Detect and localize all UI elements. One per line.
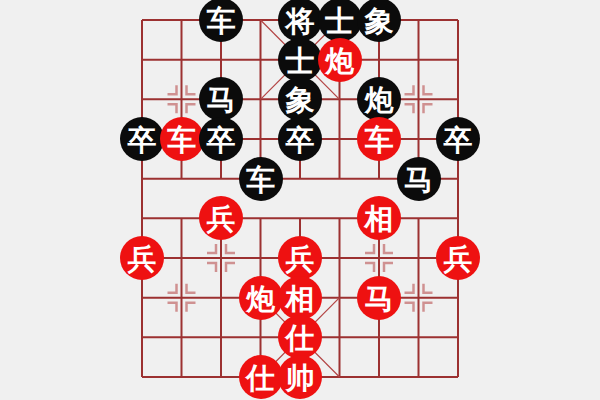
point-marker-corner	[384, 244, 393, 253]
point-marker-corner	[384, 263, 393, 272]
point-marker-corner	[187, 303, 196, 312]
piece-red-advisor[interactable]: 仕	[239, 355, 283, 399]
piece-red-pawn[interactable]: 兵	[120, 236, 164, 280]
point-marker-corner	[405, 104, 414, 113]
piece-black-elephant[interactable]: 象	[278, 77, 322, 121]
piece-black-horse[interactable]: 马	[199, 77, 243, 121]
point-marker-corner	[424, 85, 433, 94]
point-marker-corner	[424, 104, 433, 113]
piece-red-chariot[interactable]: 车	[357, 117, 401, 161]
point-marker-corner	[365, 263, 374, 272]
xiangqi-screen: 车将士象士炮马象炮卒车卒卒车卒车马兵相兵兵兵炮相马仕仕帅	[0, 0, 600, 400]
piece-red-horse[interactable]: 马	[357, 276, 401, 320]
point-marker-corner	[168, 303, 177, 312]
piece-red-pawn[interactable]: 兵	[278, 236, 322, 280]
point-marker-corner	[424, 303, 433, 312]
point-marker-corner	[405, 85, 414, 94]
piece-red-general[interactable]: 帅	[278, 355, 322, 399]
point-marker-corner	[424, 284, 433, 293]
piece-red-elephant[interactable]: 相	[357, 196, 401, 240]
point-marker-corner	[207, 244, 216, 253]
piece-black-advisor[interactable]: 士	[278, 38, 322, 82]
point-marker-corner	[207, 263, 216, 272]
point-marker-corner	[226, 244, 235, 253]
point-marker-corner	[226, 263, 235, 272]
piece-black-cannon[interactable]: 炮	[357, 77, 401, 121]
piece-red-advisor[interactable]: 仕	[278, 315, 322, 359]
point-marker-corner	[168, 85, 177, 94]
point-marker-corner	[187, 284, 196, 293]
piece-black-pawn[interactable]: 卒	[120, 117, 164, 161]
point-marker-corner	[168, 284, 177, 293]
piece-red-cannon[interactable]: 炮	[318, 38, 362, 82]
piece-black-chariot[interactable]: 车	[199, 0, 243, 42]
point-marker-corner	[405, 284, 414, 293]
piece-black-elephant[interactable]: 象	[357, 0, 401, 42]
piece-red-chariot[interactable]: 车	[160, 117, 204, 161]
piece-red-pawn[interactable]: 兵	[199, 196, 243, 240]
piece-black-pawn[interactable]: 卒	[436, 117, 480, 161]
piece-red-elephant[interactable]: 相	[278, 276, 322, 320]
piece-black-general[interactable]: 将	[278, 0, 322, 42]
point-marker-corner	[168, 104, 177, 113]
point-marker-corner	[187, 85, 196, 94]
piece-red-cannon[interactable]: 炮	[239, 276, 283, 320]
point-marker-corner	[187, 104, 196, 113]
piece-black-horse[interactable]: 马	[397, 157, 441, 201]
piece-black-pawn[interactable]: 卒	[199, 117, 243, 161]
piece-red-pawn[interactable]: 兵	[436, 236, 480, 280]
piece-black-pawn[interactable]: 卒	[278, 117, 322, 161]
point-marker-corner	[405, 303, 414, 312]
piece-black-chariot[interactable]: 车	[239, 157, 283, 201]
point-marker-corner	[365, 244, 374, 253]
piece-black-advisor[interactable]: 士	[318, 0, 362, 42]
